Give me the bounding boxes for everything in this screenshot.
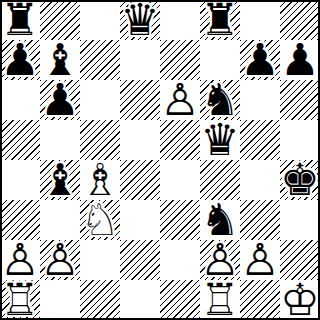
square-b2[interactable]: ♟♙ — [40, 240, 80, 280]
white-rook-piece[interactable]: ♜♖ — [200, 280, 240, 320]
square-e3[interactable] — [160, 200, 200, 240]
square-e4[interactable] — [160, 160, 200, 200]
square-d8[interactable]: ♛ — [120, 0, 160, 40]
square-e5[interactable] — [160, 120, 200, 160]
square-d3[interactable] — [120, 200, 160, 240]
black-bishop-piece[interactable]: ♝ — [40, 160, 80, 200]
white-king-piece[interactable]: ♚♔ — [280, 280, 320, 320]
square-b4[interactable]: ♝ — [40, 160, 80, 200]
square-f1[interactable]: ♜♖ — [200, 280, 240, 320]
white-knight-piece[interactable]: ♞♘ — [80, 200, 120, 240]
white-pawn-piece[interactable]: ♟♙ — [240, 240, 280, 280]
square-a5[interactable] — [0, 120, 40, 160]
square-f8[interactable]: ♜ — [200, 0, 240, 40]
white-piece-outline-layer: ♘ — [80, 200, 120, 240]
square-c6[interactable] — [80, 80, 120, 120]
white-piece-outline-layer: ♖ — [0, 280, 40, 320]
black-pawn-piece[interactable]: ♟ — [280, 40, 320, 80]
white-piece-outline-layer: ♔ — [280, 280, 320, 320]
white-rook-piece[interactable]: ♜♖ — [0, 280, 40, 320]
white-pawn-piece[interactable]: ♟♙ — [160, 80, 200, 120]
square-d1[interactable] — [120, 280, 160, 320]
white-piece-outline-layer: ♙ — [160, 80, 200, 120]
square-h1[interactable]: ♚♔ — [280, 280, 320, 320]
square-c2[interactable] — [80, 240, 120, 280]
black-queen-piece[interactable]: ♛ — [200, 120, 240, 160]
square-g7[interactable]: ♟ — [240, 40, 280, 80]
square-c3[interactable]: ♞♘ — [80, 200, 120, 240]
black-king-piece[interactable]: ♚ — [280, 160, 320, 200]
square-c8[interactable] — [80, 0, 120, 40]
square-e1[interactable] — [160, 280, 200, 320]
square-e8[interactable] — [160, 0, 200, 40]
square-d6[interactable] — [120, 80, 160, 120]
square-a1[interactable]: ♜♖ — [0, 280, 40, 320]
square-c7[interactable] — [80, 40, 120, 80]
square-b1[interactable] — [40, 280, 80, 320]
square-a7[interactable]: ♟ — [0, 40, 40, 80]
square-e6[interactable]: ♟♙ — [160, 80, 200, 120]
black-queen-piece[interactable]: ♛ — [120, 0, 160, 40]
black-pawn-piece[interactable]: ♟ — [240, 40, 280, 80]
white-piece-outline-layer: ♙ — [240, 240, 280, 280]
chess-board: ♜♛♜♟♝♟♟♟♟♙♞♛♝♝♗♚♞♘♞♟♙♟♙♟♙♟♙♜♖♜♖♚♔ — [0, 0, 320, 320]
black-rook-piece[interactable]: ♜ — [200, 0, 240, 40]
square-d4[interactable] — [120, 160, 160, 200]
square-d2[interactable] — [120, 240, 160, 280]
square-g2[interactable]: ♟♙ — [240, 240, 280, 280]
square-g6[interactable] — [240, 80, 280, 120]
square-f5[interactable]: ♛ — [200, 120, 240, 160]
square-a6[interactable] — [0, 80, 40, 120]
black-pawn-piece[interactable]: ♟ — [0, 40, 40, 80]
square-d5[interactable] — [120, 120, 160, 160]
square-g1[interactable] — [240, 280, 280, 320]
square-a4[interactable] — [0, 160, 40, 200]
white-piece-outline-layer: ♙ — [40, 240, 80, 280]
square-b6[interactable]: ♟ — [40, 80, 80, 120]
square-h7[interactable]: ♟ — [280, 40, 320, 80]
square-c1[interactable] — [80, 280, 120, 320]
square-g4[interactable] — [240, 160, 280, 200]
square-h4[interactable]: ♚ — [280, 160, 320, 200]
square-e2[interactable] — [160, 240, 200, 280]
black-pawn-piece[interactable]: ♟ — [40, 80, 80, 120]
white-piece-outline-layer: ♖ — [200, 280, 240, 320]
square-h6[interactable] — [280, 80, 320, 120]
chess-diagram: ♜♛♜♟♝♟♟♟♟♙♞♛♝♝♗♚♞♘♞♟♙♟♙♟♙♟♙♜♖♜♖♚♔ — [0, 0, 320, 320]
square-d7[interactable] — [120, 40, 160, 80]
square-h3[interactable] — [280, 200, 320, 240]
square-g5[interactable] — [240, 120, 280, 160]
white-pawn-piece[interactable]: ♟♙ — [40, 240, 80, 280]
